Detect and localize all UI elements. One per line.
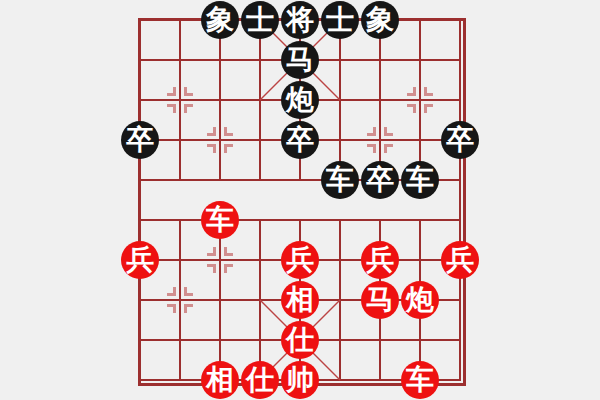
black-chariot[interactable]: 车 bbox=[401, 161, 439, 199]
point-marker bbox=[367, 127, 376, 136]
point-marker bbox=[407, 87, 416, 96]
red-soldier[interactable]: 兵 bbox=[441, 241, 479, 279]
point-marker bbox=[224, 247, 233, 256]
red-cannon[interactable]: 炮 bbox=[401, 281, 439, 319]
point-marker bbox=[207, 127, 216, 136]
point-marker bbox=[424, 87, 433, 96]
point-marker bbox=[167, 304, 176, 313]
point-marker bbox=[184, 304, 193, 313]
point-marker bbox=[167, 287, 176, 296]
red-soldier[interactable]: 兵 bbox=[121, 241, 159, 279]
black-elephant[interactable]: 象 bbox=[361, 1, 399, 39]
point-marker bbox=[207, 247, 216, 256]
point-marker bbox=[407, 104, 416, 113]
red-horse[interactable]: 马 bbox=[361, 281, 399, 319]
red-elephant[interactable]: 相 bbox=[281, 281, 319, 319]
red-advisor[interactable]: 仕 bbox=[281, 321, 319, 359]
red-soldier[interactable]: 兵 bbox=[361, 241, 399, 279]
point-marker bbox=[184, 287, 193, 296]
point-marker bbox=[207, 144, 216, 153]
xiangqi-board: 象士将士象马炮卒卒卒车卒车车兵兵兵兵相马炮仕相仕帅车 bbox=[0, 0, 600, 400]
red-general[interactable]: 帅 bbox=[281, 361, 319, 399]
point-marker bbox=[384, 144, 393, 153]
black-advisor[interactable]: 士 bbox=[241, 1, 279, 39]
black-cannon[interactable]: 炮 bbox=[281, 81, 319, 119]
point-marker bbox=[224, 264, 233, 273]
point-marker bbox=[384, 127, 393, 136]
black-soldier[interactable]: 卒 bbox=[441, 121, 479, 159]
black-chariot[interactable]: 车 bbox=[321, 161, 359, 199]
black-general[interactable]: 将 bbox=[281, 1, 319, 39]
point-marker bbox=[167, 104, 176, 113]
red-chariot[interactable]: 车 bbox=[201, 201, 239, 239]
black-soldier[interactable]: 卒 bbox=[281, 121, 319, 159]
point-marker bbox=[167, 87, 176, 96]
red-chariot[interactable]: 车 bbox=[401, 361, 439, 399]
black-elephant[interactable]: 象 bbox=[201, 1, 239, 39]
black-advisor[interactable]: 士 bbox=[321, 1, 359, 39]
black-horse[interactable]: 马 bbox=[281, 41, 319, 79]
point-marker bbox=[184, 87, 193, 96]
point-marker bbox=[224, 144, 233, 153]
red-soldier[interactable]: 兵 bbox=[281, 241, 319, 279]
point-marker bbox=[424, 104, 433, 113]
point-marker bbox=[367, 144, 376, 153]
point-marker bbox=[224, 127, 233, 136]
red-elephant[interactable]: 相 bbox=[201, 361, 239, 399]
point-marker bbox=[207, 264, 216, 273]
point-marker bbox=[184, 104, 193, 113]
red-advisor[interactable]: 仕 bbox=[241, 361, 279, 399]
black-soldier[interactable]: 卒 bbox=[361, 161, 399, 199]
black-soldier[interactable]: 卒 bbox=[121, 121, 159, 159]
